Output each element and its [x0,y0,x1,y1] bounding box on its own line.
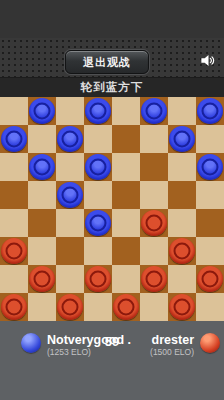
cell-r5-c6[interactable] [168,237,196,265]
blue-piece [197,98,223,124]
checkers-board [0,97,224,321]
cell-r3-c0[interactable] [0,181,28,209]
app-screen: 退出观战 轮到蓝方下 Notverygood . (1253 ELO) 59 d… [0,0,224,400]
piece-inner-ring [34,271,51,288]
blue-piece [57,126,83,152]
red-piece [1,238,27,264]
cell-r5-c2[interactable] [56,237,84,265]
cell-r1-c6[interactable] [168,125,196,153]
cell-r4-c6[interactable] [168,209,196,237]
cell-r4-c2[interactable] [56,209,84,237]
cell-r4-c7[interactable] [196,209,224,237]
cell-r5-c4[interactable] [112,237,140,265]
cell-r2-c6[interactable] [168,153,196,181]
top-bar [0,0,224,38]
piece-inner-ring [6,243,23,260]
cell-r1-c0[interactable] [0,125,28,153]
red-piece [141,266,167,292]
red-player-piece-icon [200,333,220,353]
piece-inner-ring [174,299,191,316]
cell-r3-c7[interactable] [196,181,224,209]
blue-piece [141,98,167,124]
piece-inner-ring [34,159,51,176]
cell-r6-c5[interactable] [140,265,168,293]
right-player-names: drester (1500 ELO) [150,333,194,358]
cell-r6-c7[interactable] [196,265,224,293]
cell-r0-c3[interactable] [84,97,112,125]
cell-r1-c1[interactable] [28,125,56,153]
piece-inner-ring [202,159,219,176]
blue-player-piece-icon [21,333,41,353]
piece-inner-ring [62,187,79,204]
left-player-info: Notverygood . (1253 ELO) [21,333,137,358]
cell-r7-c6[interactable] [168,293,196,321]
piece-inner-ring [202,103,219,120]
move-timer: 59 [105,334,119,349]
red-piece [113,294,139,320]
piece-inner-ring [62,299,79,316]
blue-piece [85,154,111,180]
cell-r3-c5[interactable] [140,181,168,209]
cell-r3-c1[interactable] [28,181,56,209]
red-piece [197,266,223,292]
blue-piece [57,182,83,208]
cell-r2-c4[interactable] [112,153,140,181]
cell-r1-c7[interactable] [196,125,224,153]
cell-r6-c1[interactable] [28,265,56,293]
cell-r4-c4[interactable] [112,209,140,237]
cell-r3-c6[interactable] [168,181,196,209]
cell-r5-c3[interactable] [84,237,112,265]
piece-inner-ring [62,131,79,148]
piece-inner-ring [146,215,163,232]
cell-r2-c5[interactable] [140,153,168,181]
red-piece [169,294,195,320]
piece-inner-ring [146,271,163,288]
cell-r5-c0[interactable] [0,237,28,265]
cell-r7-c1[interactable] [28,293,56,321]
cell-r2-c0[interactable] [0,153,28,181]
cell-r0-c4[interactable] [112,97,140,125]
right-player-info: drester (1500 ELO) [144,333,220,358]
piece-inner-ring [202,271,219,288]
blue-piece [85,210,111,236]
red-piece [141,210,167,236]
cell-r0-c2[interactable] [56,97,84,125]
speaker-icon[interactable] [199,51,218,70]
cell-r7-c7[interactable] [196,293,224,321]
exit-spectate-button[interactable]: 退出观战 [65,50,149,74]
cell-r7-c3[interactable] [84,293,112,321]
cell-r5-c5[interactable] [140,237,168,265]
piece-inner-ring [6,299,23,316]
red-piece [29,266,55,292]
blue-piece [169,126,195,152]
cell-r2-c3[interactable] [84,153,112,181]
blue-piece [85,98,111,124]
piece-inner-ring [146,103,163,120]
cell-r0-c0[interactable] [0,97,28,125]
cell-r4-c0[interactable] [0,209,28,237]
cell-r3-c4[interactable] [112,181,140,209]
turn-banner: 轮到蓝方下 [0,78,224,97]
piece-inner-ring [90,215,107,232]
cell-r1-c3[interactable] [84,125,112,153]
cell-r0-c6[interactable] [168,97,196,125]
player-panel: Notverygood . (1253 ELO) 59 drester (150… [0,321,224,400]
piece-inner-ring [34,103,51,120]
cell-r7-c0[interactable] [0,293,28,321]
red-piece [169,238,195,264]
cell-r1-c2[interactable] [56,125,84,153]
red-piece [57,294,83,320]
cell-r7-c2[interactable] [56,293,84,321]
piece-inner-ring [174,243,191,260]
cell-r0-c5[interactable] [140,97,168,125]
game-header: 退出观战 [0,38,224,78]
piece-inner-ring [174,131,191,148]
cell-r2-c1[interactable] [28,153,56,181]
cell-r3-c2[interactable] [56,181,84,209]
blue-piece [29,154,55,180]
right-player-elo: (1500 ELO) [150,347,194,358]
cell-r5-c1[interactable] [28,237,56,265]
piece-inner-ring [90,103,107,120]
cell-r2-c7[interactable] [196,153,224,181]
piece-inner-ring [90,159,107,176]
cell-r3-c3[interactable] [84,181,112,209]
cell-r4-c1[interactable] [28,209,56,237]
cell-r5-c7[interactable] [196,237,224,265]
cell-r0-c7[interactable] [196,97,224,125]
blue-piece [29,98,55,124]
cell-r1-c4[interactable] [112,125,140,153]
cell-r6-c0[interactable] [0,265,28,293]
cell-r6-c3[interactable] [84,265,112,293]
cell-r0-c1[interactable] [28,97,56,125]
right-player-name: drester [150,333,194,347]
cell-r4-c3[interactable] [84,209,112,237]
cell-r1-c5[interactable] [140,125,168,153]
blue-piece [197,154,223,180]
piece-inner-ring [118,299,135,316]
piece-inner-ring [90,271,107,288]
blue-piece [1,126,27,152]
red-piece [1,294,27,320]
cell-r6-c4[interactable] [112,265,140,293]
piece-inner-ring [6,131,23,148]
cell-r6-c6[interactable] [168,265,196,293]
cell-r7-c5[interactable] [140,293,168,321]
cell-r7-c4[interactable] [112,293,140,321]
cell-r2-c2[interactable] [56,153,84,181]
cell-r6-c2[interactable] [56,265,84,293]
red-piece [85,266,111,292]
cell-r4-c5[interactable] [140,209,168,237]
